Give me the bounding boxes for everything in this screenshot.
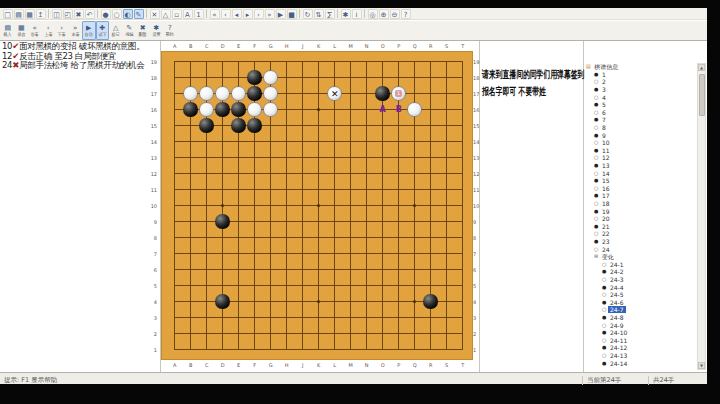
toolbar-separator bbox=[364, 9, 365, 18]
judge-mark-icon: ✔ bbox=[12, 51, 19, 61]
tree-node-label: 16 bbox=[600, 185, 612, 192]
coord-number-left: 7 bbox=[143, 251, 157, 257]
stone-black-D16[interactable] bbox=[215, 102, 230, 117]
tree-node-24[interactable]: ○24 bbox=[584, 245, 697, 253]
coord-number-right: 16 bbox=[473, 107, 485, 113]
toolbar-separator bbox=[48, 9, 49, 18]
coord-number-left: 15 bbox=[143, 123, 157, 129]
nav-glyph: ▦ bbox=[18, 24, 25, 32]
stone-white-C16[interactable] bbox=[199, 102, 214, 117]
w-node-icon: ○ bbox=[594, 200, 598, 207]
coord-letter-bottom: G bbox=[267, 362, 275, 368]
copy-icon[interactable]: ◫ bbox=[52, 9, 62, 19]
scroll-up-icon[interactable]: ▲ bbox=[698, 64, 705, 71]
help-icon[interactable]: ? bbox=[401, 9, 411, 19]
tree-node-label: 3 bbox=[600, 86, 608, 93]
tree-node-label: 4 bbox=[600, 94, 608, 101]
search-icon[interactable]: ◎ bbox=[368, 9, 378, 19]
tree-node-24-10[interactable]: ●24-10 bbox=[584, 329, 697, 337]
coord-letter-top: H bbox=[283, 43, 291, 49]
label-number-icon[interactable]: 1 bbox=[194, 9, 204, 19]
w-node-icon: ○ bbox=[594, 139, 598, 146]
coord-letter-bottom: R bbox=[427, 362, 435, 368]
w-node-icon: ○ bbox=[594, 78, 598, 85]
branch-node-icon: ⊞ bbox=[594, 253, 598, 260]
tree-node-24-5[interactable]: ○24-5 bbox=[584, 291, 697, 299]
tree-node-label: 23 bbox=[600, 238, 612, 245]
stone-black-F18[interactable] bbox=[247, 70, 262, 85]
tree-node-6[interactable]: ○6 bbox=[584, 109, 697, 117]
stone-white-F16[interactable] bbox=[247, 102, 262, 117]
nav-button-标记[interactable]: △标记 bbox=[109, 21, 123, 40]
move-tree-panel: ▤棋谱信息●1○2●3○4●5○6●7○8●9○10●11○12●13○14●1… bbox=[584, 63, 697, 370]
scroll-thumb[interactable] bbox=[699, 74, 705, 116]
tree-node-label: 24-2 bbox=[608, 268, 626, 275]
stone-black-D4[interactable] bbox=[215, 294, 230, 309]
nav-glyph: ‹ bbox=[47, 24, 50, 32]
doc-node-icon: ▤ bbox=[586, 63, 591, 70]
flip-icon[interactable]: ⇅ bbox=[314, 9, 324, 19]
tree-node-17[interactable]: ●17 bbox=[584, 192, 697, 200]
coord-number-left: 16 bbox=[143, 107, 157, 113]
tree-node-13[interactable]: ●13 bbox=[584, 162, 697, 170]
zoom-out-icon[interactable]: ⊖ bbox=[390, 9, 400, 19]
coord-number-left: 3 bbox=[143, 315, 157, 321]
toolbar-separator bbox=[299, 9, 300, 18]
tree-node-24-12[interactable]: ●24-12 bbox=[584, 344, 697, 352]
tree-node-18[interactable]: ○18 bbox=[584, 200, 697, 208]
b-node-icon: ● bbox=[594, 238, 598, 245]
tree-node-24-2[interactable]: ●24-2 bbox=[584, 268, 697, 276]
info-icon[interactable]: i bbox=[352, 9, 362, 19]
nav-button-保存[interactable]: ▦保存 bbox=[15, 21, 29, 40]
coord-number-left: 10 bbox=[143, 203, 157, 209]
w-node-icon: ○ bbox=[594, 230, 598, 237]
coord-letter-top: K bbox=[315, 43, 323, 49]
w-node-icon: ○ bbox=[594, 154, 598, 161]
toolbar-separator bbox=[97, 9, 98, 18]
stone-black-C15[interactable] bbox=[199, 118, 214, 133]
stone-white-G17[interactable] bbox=[263, 86, 278, 101]
back-10-icon[interactable]: ‹ bbox=[221, 9, 231, 19]
stone-black-F15[interactable] bbox=[247, 118, 262, 133]
tree-node-5[interactable]: ●5 bbox=[584, 101, 697, 109]
nav-button-下着[interactable]: ›下着 bbox=[55, 21, 69, 40]
tree-node-24-9[interactable]: ○24-9 bbox=[584, 321, 697, 329]
coord-letter-bottom: N bbox=[363, 362, 371, 368]
save-file-icon[interactable]: ▦ bbox=[25, 9, 35, 19]
coord-number-right: 18 bbox=[473, 75, 485, 81]
coord-letter-bottom: H bbox=[283, 362, 291, 368]
coord-letter-top: N bbox=[363, 43, 371, 49]
nav-button-末着[interactable]: »末着 bbox=[69, 21, 83, 40]
nav-glyph: ? bbox=[168, 24, 172, 32]
coord-number-left: 4 bbox=[143, 299, 157, 305]
stone-white-D17[interactable] bbox=[215, 86, 230, 101]
stone-white-E17[interactable] bbox=[231, 86, 246, 101]
nav-label: 保存 bbox=[17, 32, 25, 37]
coord-letter-top: B bbox=[187, 43, 195, 49]
scroll-down-icon[interactable]: ▼ bbox=[698, 362, 705, 369]
nav-label: 帮助 bbox=[166, 32, 174, 37]
w-node-icon: ○ bbox=[602, 337, 606, 344]
toolbar-separator bbox=[146, 9, 147, 18]
coord-letter-bottom: K bbox=[315, 362, 323, 368]
tree-node-label: 24-9 bbox=[608, 322, 626, 329]
zoom-in-icon[interactable]: ⊕ bbox=[379, 9, 389, 19]
tree-node-label: 14 bbox=[600, 170, 612, 177]
undo-icon[interactable]: ↶ bbox=[85, 9, 95, 19]
tree-node-label: 7 bbox=[600, 116, 608, 123]
coord-number-right: 4 bbox=[473, 299, 485, 305]
stone-black-F17[interactable] bbox=[247, 86, 262, 101]
coord-letter-bottom: C bbox=[203, 362, 211, 368]
coord-number-left: 19 bbox=[143, 59, 157, 65]
coord-number-right: 11 bbox=[473, 187, 485, 193]
autoplay-icon[interactable]: ▶ bbox=[276, 9, 286, 19]
w-node-icon: ○ bbox=[594, 246, 598, 253]
coord-letter-top: T bbox=[459, 43, 467, 49]
tree-node-16[interactable]: ○16 bbox=[584, 185, 697, 193]
b-node-icon: ● bbox=[602, 268, 606, 275]
tree-node-label: 24-12 bbox=[608, 344, 629, 351]
coord-letter-top: F bbox=[251, 43, 259, 49]
b-node-icon: ● bbox=[594, 86, 598, 93]
tree-scrollbar[interactable]: ▲ ▼ bbox=[697, 63, 706, 370]
tree-node-label: 棋谱信息 bbox=[592, 63, 620, 70]
coord-number-left: 17 bbox=[143, 91, 157, 97]
tree-node-19[interactable]: ●19 bbox=[584, 207, 697, 215]
tree-node-label: 19 bbox=[600, 208, 612, 215]
tree-node-9[interactable]: ●9 bbox=[584, 131, 697, 139]
b-node-icon: ● bbox=[602, 284, 606, 291]
label-letter-icon[interactable]: A bbox=[183, 9, 193, 19]
back-1-icon[interactable]: ◂ bbox=[232, 9, 242, 19]
toolbar-main: □▤▦↥◫◰✖↶●○◐✎✕△▫A1«‹◂▸›»▶■↻⇅∑✱i◎⊕⊖? bbox=[0, 8, 707, 20]
new-file-icon[interactable]: □ bbox=[3, 9, 13, 19]
status-move: 当前第24手 bbox=[582, 376, 646, 385]
announcement-panel[interactable]: 请来到直播间的同学们用弹幕签到 报名字即可 不要带姓 bbox=[482, 66, 582, 100]
nav-glyph: « bbox=[33, 24, 37, 32]
coord-number-left: 18 bbox=[143, 75, 157, 81]
w-node-icon: ○ bbox=[602, 291, 606, 298]
nav-button-首着[interactable]: «首着 bbox=[28, 21, 42, 40]
coord-letter-bottom: D bbox=[219, 362, 227, 368]
stone-white-Q16[interactable] bbox=[407, 102, 422, 117]
x-mark-icon: ✕ bbox=[330, 89, 340, 99]
tree-node-label: 2 bbox=[600, 78, 608, 85]
coord-number-left: 9 bbox=[143, 219, 157, 225]
coord-letter-top: J bbox=[299, 43, 307, 49]
coord-letter-top: R bbox=[427, 43, 435, 49]
stone-black-D9[interactable] bbox=[215, 214, 230, 229]
move-number-tag: 1 bbox=[395, 90, 402, 97]
tree-node-变化[interactable]: ⊞变化 bbox=[584, 253, 697, 261]
tree-node-label: 24-14 bbox=[608, 360, 629, 367]
coord-number-left: 1 bbox=[143, 347, 157, 353]
announcement-line1: 请来到直播间的同学们用弹幕签到 bbox=[482, 66, 586, 83]
nav-glyph: ✖ bbox=[140, 24, 146, 32]
alternate-icon[interactable]: ◐ bbox=[123, 9, 133, 19]
nav-label: 上着 bbox=[44, 32, 52, 37]
coord-letter-top: C bbox=[203, 43, 211, 49]
nav-label: 设置 bbox=[152, 32, 160, 37]
b-node-icon: ● bbox=[602, 314, 606, 321]
tree-node-23[interactable]: ●23 bbox=[584, 238, 697, 246]
b-node-icon: ● bbox=[602, 329, 606, 336]
tree-node-24-13[interactable]: ○24-13 bbox=[584, 352, 697, 360]
stop-icon[interactable]: ■ bbox=[287, 9, 297, 19]
stone-black-O17[interactable] bbox=[375, 86, 390, 101]
tree-node-label: 20 bbox=[600, 215, 612, 222]
tree-node-10[interactable]: ○10 bbox=[584, 139, 697, 147]
coord-number-right: 3 bbox=[473, 315, 485, 321]
tree-node-3[interactable]: ●3 bbox=[584, 86, 697, 94]
b-node-icon: ● bbox=[594, 162, 598, 169]
go-editor-ui: □▤▦↥◫◰✖↶●○◐✎✕△▫A1«‹◂▸›»▶■↻⇅∑✱i◎⊕⊖? ▤载入▦保… bbox=[0, 8, 707, 376]
toolbar-nav: ▤载入▦保存«首着‹上着›下着»末着▶自动✚试下△标记✎编辑✖删除✱设置?帮助 bbox=[0, 21, 707, 41]
play-black-icon[interactable]: ● bbox=[101, 9, 111, 19]
coord-number-left: 5 bbox=[143, 283, 157, 289]
settings-icon[interactable]: ✱ bbox=[341, 9, 351, 19]
coord-letter-bottom: T bbox=[459, 362, 467, 368]
tree-node-label: 1 bbox=[600, 71, 608, 78]
stone-white-G18[interactable] bbox=[263, 70, 278, 85]
tree-node-label: 24-5 bbox=[608, 291, 626, 298]
tree-node-label: 10 bbox=[600, 139, 612, 146]
coord-number-left: 2 bbox=[143, 331, 157, 337]
tree-node-label: 17 bbox=[600, 192, 612, 199]
nav-glyph: ✎ bbox=[126, 24, 132, 32]
b-node-icon: ● bbox=[594, 132, 598, 139]
nav-label: 下着 bbox=[58, 32, 66, 37]
coord-letter-top: D bbox=[219, 43, 227, 49]
coord-number-left: 6 bbox=[143, 267, 157, 273]
tree-node-4[interactable]: ○4 bbox=[584, 93, 697, 101]
nav-button-载入[interactable]: ▤载入 bbox=[1, 21, 15, 40]
nav-label: 编辑 bbox=[125, 32, 133, 37]
forward-10-icon[interactable]: › bbox=[254, 9, 264, 19]
tree-node-22[interactable]: ○22 bbox=[584, 230, 697, 238]
tree-node-label: 5 bbox=[600, 101, 608, 108]
b-node-icon: ● bbox=[602, 344, 606, 351]
tree-node-7[interactable]: ●7 bbox=[584, 116, 697, 124]
coord-letter-bottom: P bbox=[395, 362, 403, 368]
b-node-icon: ● bbox=[594, 147, 598, 154]
nav-label: 标记 bbox=[112, 32, 120, 37]
w-node-icon: ○ bbox=[594, 124, 598, 131]
nav-label: 载入 bbox=[4, 32, 12, 37]
stone-black-B16[interactable] bbox=[183, 102, 198, 117]
toolbar-separator bbox=[337, 9, 338, 18]
coord-number-right: 8 bbox=[473, 235, 485, 241]
nav-glyph: ✱ bbox=[153, 24, 159, 32]
to-end-icon[interactable]: » bbox=[265, 9, 275, 19]
coord-number-right: 12 bbox=[473, 171, 485, 177]
app-window: □▤▦↥◫◰✖↶●○◐✎✕△▫A1«‹◂▸›»▶■↻⇅∑✱i◎⊕⊖? ▤载入▦保… bbox=[0, 0, 720, 404]
w-node-icon: ○ bbox=[594, 170, 598, 177]
tree-node-label: 13 bbox=[600, 162, 612, 169]
coord-letter-top: M bbox=[347, 43, 355, 49]
rotate-icon[interactable]: ↻ bbox=[303, 9, 313, 19]
coord-letter-top: A bbox=[171, 43, 179, 49]
tree-node-label: 11 bbox=[600, 147, 612, 154]
tree-node-label: 24-7 bbox=[608, 306, 626, 313]
tree-root[interactable]: ▤棋谱信息 bbox=[584, 63, 697, 71]
nav-button-删除[interactable]: ✖删除 bbox=[136, 21, 150, 40]
nav-glyph: » bbox=[73, 24, 77, 32]
tree-node-label: 24-8 bbox=[608, 314, 626, 321]
tree-node-label: 18 bbox=[600, 200, 612, 207]
nav-button-试下[interactable]: ✚试下 bbox=[96, 21, 110, 40]
judge-mark-icon: ✖ bbox=[12, 60, 19, 70]
tree-node-14[interactable]: ○14 bbox=[584, 169, 697, 177]
coord-letter-bottom: L bbox=[331, 362, 339, 368]
coord-letter-bottom: E bbox=[235, 362, 243, 368]
tree-node-label: 21 bbox=[600, 223, 612, 230]
tree-node-label: 15 bbox=[600, 177, 612, 184]
tree-node-label: 24-4 bbox=[608, 284, 626, 291]
tree-node-24-14[interactable]: ●24-14 bbox=[584, 359, 697, 367]
count-icon[interactable]: ∑ bbox=[325, 9, 335, 19]
nav-label: 试下 bbox=[98, 32, 106, 37]
w-node-icon: ○ bbox=[602, 261, 606, 268]
coord-number-left: 14 bbox=[143, 139, 157, 145]
comment-panel[interactable]: 10✔面对黑棋的变招 破坏黑棋的意图。12✔反击正确 至23 白局部便宜24✖局… bbox=[2, 42, 180, 71]
nav-button-自动[interactable]: ▶自动 bbox=[82, 21, 96, 40]
w-node-icon: ○ bbox=[594, 94, 598, 101]
tree-node-label: 24-13 bbox=[608, 352, 629, 359]
nav-button-帮助[interactable]: ?帮助 bbox=[163, 21, 177, 40]
tree-node-label: 24-11 bbox=[608, 337, 629, 344]
to-start-icon[interactable]: « bbox=[210, 9, 220, 19]
play-white-icon[interactable]: ○ bbox=[112, 9, 122, 19]
tree-node-21[interactable]: ●21 bbox=[584, 223, 697, 231]
tree-node-1[interactable]: ●1 bbox=[584, 71, 697, 79]
nav-button-上着[interactable]: ‹上着 bbox=[42, 21, 56, 40]
b-node-icon: ● bbox=[594, 192, 598, 199]
coord-number-left: 8 bbox=[143, 235, 157, 241]
coord-number-right: 7 bbox=[473, 251, 485, 257]
coord-letter-bottom: O bbox=[379, 362, 387, 368]
tree-node-label: 24-6 bbox=[608, 299, 626, 306]
tree-node-11[interactable]: ●11 bbox=[584, 147, 697, 155]
edit-mode-icon[interactable]: ✎ bbox=[134, 9, 144, 19]
tree-node-2[interactable]: ○2 bbox=[584, 78, 697, 86]
nav-glyph: ▶ bbox=[86, 24, 91, 32]
tree-node-15[interactable]: ●15 bbox=[584, 177, 697, 185]
b-node-icon: ● bbox=[594, 71, 598, 78]
tree-node-label: 8 bbox=[600, 124, 608, 131]
stone-white-C17[interactable] bbox=[199, 86, 214, 101]
coord-number-left: 13 bbox=[143, 155, 157, 161]
announcement-line2: 报名字即可 不要带姓 bbox=[482, 83, 586, 100]
b-node-icon: ● bbox=[594, 223, 598, 230]
stone-black-E15[interactable] bbox=[231, 118, 246, 133]
coord-letter-top: P bbox=[395, 43, 403, 49]
open-file-icon[interactable]: ▤ bbox=[14, 9, 24, 19]
w-node-icon: ○ bbox=[602, 322, 606, 329]
stone-black-R4[interactable] bbox=[423, 294, 438, 309]
stone-white-B17[interactable] bbox=[183, 86, 198, 101]
tree-node-label: 变化 bbox=[600, 253, 616, 260]
tree-node-label: 12 bbox=[600, 154, 612, 161]
coord-letter-top: O bbox=[379, 43, 387, 49]
coord-letter-bottom: S bbox=[443, 362, 451, 368]
nav-label: 首着 bbox=[31, 32, 39, 37]
tree-node-12[interactable]: ○12 bbox=[584, 154, 697, 162]
coord-letter-top: L bbox=[331, 43, 339, 49]
nav-label: 自动 bbox=[85, 32, 93, 37]
tree-node-8[interactable]: ○8 bbox=[584, 124, 697, 132]
nav-label: 末着 bbox=[71, 32, 79, 37]
tree-node-24-6[interactable]: ●24-6 bbox=[584, 299, 697, 307]
delete-icon[interactable]: ✖ bbox=[74, 9, 84, 19]
workspace: 10✔面对黑棋的变招 破坏黑棋的意图。12✔反击正确 至23 白局部便宜24✖局… bbox=[0, 41, 707, 372]
nav-button-设置[interactable]: ✱设置 bbox=[150, 21, 164, 40]
tree-node-20[interactable]: ○20 bbox=[584, 215, 697, 223]
b-node-icon: ● bbox=[594, 101, 598, 108]
tree-node-label: 24-10 bbox=[608, 329, 629, 336]
paste-icon[interactable]: ◰ bbox=[63, 9, 73, 19]
status-left: 提示: F1 显示帮助 bbox=[4, 376, 57, 385]
coord-letter-top: E bbox=[235, 43, 243, 49]
coord-letter-bottom: M bbox=[347, 362, 355, 368]
coord-letter-top: S bbox=[443, 43, 451, 49]
tree-node-label: 22 bbox=[600, 230, 612, 237]
status-bar: 提示: F1 显示帮助 当前第24手 共24手 bbox=[0, 372, 707, 384]
coord-letter-bottom: F bbox=[251, 362, 259, 368]
judge-mark-icon: ✔ bbox=[12, 41, 19, 51]
b-node-icon: ● bbox=[602, 360, 606, 367]
stone-white-G16[interactable] bbox=[263, 102, 278, 117]
stone-black-E16[interactable] bbox=[231, 102, 246, 117]
mark-x-icon[interactable]: ✕ bbox=[150, 9, 160, 19]
forward-1-icon[interactable]: ▸ bbox=[243, 9, 253, 19]
b-node-icon: ● bbox=[594, 116, 598, 123]
mark-triangle-icon[interactable]: △ bbox=[161, 9, 171, 19]
b-node-icon: ● bbox=[602, 299, 606, 306]
mark-square-icon[interactable]: ▫ bbox=[172, 9, 182, 19]
tree-node-24-11[interactable]: ○24-11 bbox=[584, 337, 697, 345]
coord-number-right: 19 bbox=[473, 59, 485, 65]
tree-node-24-3[interactable]: ○24-3 bbox=[584, 276, 697, 284]
tree-node-24-7[interactable]: ○24-7 bbox=[584, 306, 697, 314]
tree-node-label: 24-3 bbox=[608, 276, 626, 283]
b-node-icon: ● bbox=[594, 208, 598, 215]
w-node-icon: ○ bbox=[594, 215, 598, 222]
tree-node-label: 9 bbox=[600, 132, 608, 139]
label-B[interactable]: B bbox=[394, 105, 403, 114]
coord-letter-bottom: Q bbox=[411, 362, 419, 368]
nav-button-编辑[interactable]: ✎编辑 bbox=[123, 21, 137, 40]
tree-node-label: 24 bbox=[600, 246, 612, 253]
toolbar-separator bbox=[206, 9, 207, 18]
comment-line: 10✔面对黑棋的变招 破坏黑棋的意图。 bbox=[2, 42, 180, 52]
tree-node-24-8[interactable]: ●24-8 bbox=[584, 314, 697, 322]
coord-letter-bottom: A bbox=[171, 362, 179, 368]
w-node-icon: ○ bbox=[602, 352, 606, 359]
w-node-icon: ○ bbox=[594, 109, 598, 116]
w-node-icon: ○ bbox=[602, 276, 606, 283]
coord-number-right: 5 bbox=[473, 283, 485, 289]
tree-node-24-1[interactable]: ○24-1 bbox=[584, 261, 697, 269]
coord-number-left: 12 bbox=[143, 171, 157, 177]
coord-number-left: 11 bbox=[143, 187, 157, 193]
tree-node-24-4[interactable]: ●24-4 bbox=[584, 283, 697, 291]
export-icon[interactable]: ↥ bbox=[36, 9, 46, 19]
label-A[interactable]: A bbox=[378, 105, 387, 114]
